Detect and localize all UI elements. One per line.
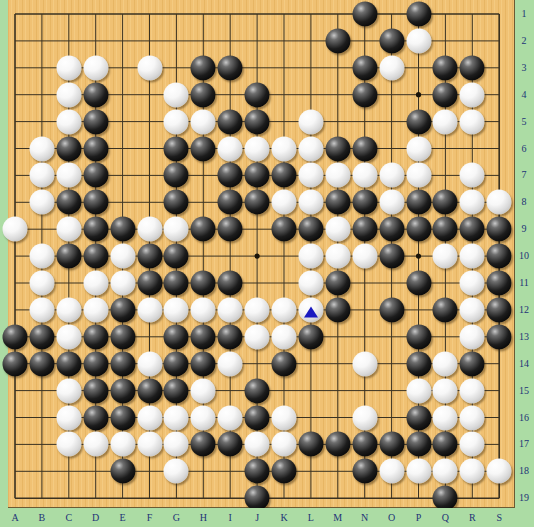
row-label-14: 14 — [519, 359, 529, 369]
stone-black-S9[interactable] — [487, 217, 512, 242]
stone-black-Q17[interactable] — [433, 432, 458, 457]
stone-black-D8[interactable] — [83, 190, 108, 215]
stone-white-P6[interactable] — [406, 136, 431, 161]
stone-white-R12[interactable] — [460, 297, 485, 322]
row-label-19: 19 — [519, 493, 529, 503]
stone-black-K18[interactable] — [272, 459, 297, 484]
stone-white-J6[interactable] — [245, 136, 270, 161]
column-label-M: M — [333, 513, 342, 523]
row-label-16: 16 — [519, 413, 529, 423]
stone-white-H16[interactable] — [191, 405, 216, 430]
stone-white-M9[interactable] — [325, 217, 350, 242]
stone-black-N4[interactable] — [352, 82, 377, 107]
stone-black-R14[interactable] — [460, 351, 485, 376]
stone-black-M8[interactable] — [325, 190, 350, 215]
stone-white-N16[interactable] — [352, 405, 377, 430]
go-board[interactable] — [8, 0, 515, 508]
stone-black-N6[interactable] — [352, 136, 377, 161]
stone-black-B13[interactable] — [29, 324, 54, 349]
column-label-C: C — [65, 513, 72, 523]
stone-black-Q4[interactable] — [433, 82, 458, 107]
stone-black-A14[interactable] — [3, 351, 28, 376]
stone-black-G8[interactable] — [164, 190, 189, 215]
stone-white-F3[interactable] — [137, 55, 162, 80]
stone-black-P14[interactable] — [406, 351, 431, 376]
stone-black-M12[interactable] — [325, 297, 350, 322]
stone-black-D14[interactable] — [83, 351, 108, 376]
stone-black-H6[interactable] — [191, 136, 216, 161]
stone-black-B14[interactable] — [29, 351, 54, 376]
star-point — [416, 92, 421, 97]
stone-black-Q12[interactable] — [433, 297, 458, 322]
star-point — [416, 254, 421, 259]
stone-black-O10[interactable] — [379, 244, 404, 269]
stone-black-R3[interactable] — [460, 55, 485, 80]
stone-white-R7[interactable] — [460, 163, 485, 188]
stone-white-L8[interactable] — [298, 190, 323, 215]
stone-black-J19[interactable] — [245, 486, 270, 511]
row-label-18: 18 — [519, 466, 529, 476]
row-label-7: 7 — [522, 170, 527, 180]
stone-white-G12[interactable] — [164, 297, 189, 322]
stone-black-G13[interactable] — [164, 324, 189, 349]
stone-black-D13[interactable] — [83, 324, 108, 349]
column-label-D: D — [92, 513, 99, 523]
stone-white-P2[interactable] — [406, 28, 431, 53]
board-frame-bottom — [0, 508, 534, 527]
stone-black-C10[interactable] — [56, 244, 81, 269]
column-label-S: S — [496, 513, 502, 523]
row-label-5: 5 — [522, 117, 527, 127]
stone-white-Q15[interactable] — [433, 378, 458, 403]
stone-black-P9[interactable] — [406, 217, 431, 242]
column-label-N: N — [361, 513, 368, 523]
stone-black-Q3[interactable] — [433, 55, 458, 80]
stone-black-C8[interactable] — [56, 190, 81, 215]
stone-white-R4[interactable] — [460, 82, 485, 107]
stone-black-C14[interactable] — [56, 351, 81, 376]
stone-white-N10[interactable] — [352, 244, 377, 269]
stone-white-L5[interactable] — [298, 109, 323, 134]
stone-white-C4[interactable] — [56, 82, 81, 107]
stone-white-B8[interactable] — [29, 190, 54, 215]
stone-white-G17[interactable] — [164, 432, 189, 457]
stone-white-Q14[interactable] — [433, 351, 458, 376]
stone-black-D9[interactable] — [83, 217, 108, 242]
stone-black-J15[interactable] — [245, 378, 270, 403]
stone-white-L7[interactable] — [298, 163, 323, 188]
stone-black-L13[interactable] — [298, 324, 323, 349]
row-label-13: 13 — [519, 332, 529, 342]
stone-black-J7[interactable] — [245, 163, 270, 188]
stone-white-R13[interactable] — [460, 324, 485, 349]
column-label-G: G — [173, 513, 180, 523]
stone-white-F16[interactable] — [137, 405, 162, 430]
stone-black-N3[interactable] — [352, 55, 377, 80]
stone-black-D15[interactable] — [83, 378, 108, 403]
stone-black-D16[interactable] — [83, 405, 108, 430]
stone-black-H9[interactable] — [191, 217, 216, 242]
stone-black-O12[interactable] — [379, 297, 404, 322]
stone-white-Q5[interactable] — [433, 109, 458, 134]
row-label-6: 6 — [522, 144, 527, 154]
stone-black-E16[interactable] — [110, 405, 135, 430]
stone-black-H3[interactable] — [191, 55, 216, 80]
stone-black-M11[interactable] — [325, 271, 350, 296]
stone-black-N18[interactable] — [352, 459, 377, 484]
stone-white-K8[interactable] — [272, 190, 297, 215]
stone-white-O7[interactable] — [379, 163, 404, 188]
stone-black-I13[interactable] — [218, 324, 243, 349]
stone-white-R8[interactable] — [460, 190, 485, 215]
stone-white-C13[interactable] — [56, 324, 81, 349]
row-label-8: 8 — [522, 197, 527, 207]
row-label-1: 1 — [522, 9, 527, 19]
stone-white-M7[interactable] — [325, 163, 350, 188]
stone-white-O3[interactable] — [379, 55, 404, 80]
stone-white-G18[interactable] — [164, 459, 189, 484]
stone-black-E9[interactable] — [110, 217, 135, 242]
column-label-I: I — [229, 513, 232, 523]
stone-black-M17[interactable] — [325, 432, 350, 457]
stone-black-N9[interactable] — [352, 217, 377, 242]
stone-white-Q18[interactable] — [433, 459, 458, 484]
stone-white-L11[interactable] — [298, 271, 323, 296]
stone-white-H15[interactable] — [191, 378, 216, 403]
stone-black-P11[interactable] — [406, 271, 431, 296]
stone-black-G15[interactable] — [164, 378, 189, 403]
stone-white-E17[interactable] — [110, 432, 135, 457]
stone-white-R17[interactable] — [460, 432, 485, 457]
stone-black-I9[interactable] — [218, 217, 243, 242]
stone-white-J17[interactable] — [245, 432, 270, 457]
stone-black-I17[interactable] — [218, 432, 243, 457]
stone-white-F17[interactable] — [137, 432, 162, 457]
row-label-4: 4 — [522, 90, 527, 100]
stone-black-K7[interactable] — [272, 163, 297, 188]
row-label-17: 17 — [519, 439, 529, 449]
star-point — [255, 254, 260, 259]
stone-black-H11[interactable] — [191, 271, 216, 296]
stone-white-P15[interactable] — [406, 378, 431, 403]
stone-black-F10[interactable] — [137, 244, 162, 269]
column-label-L: L — [308, 513, 314, 523]
stone-white-Q10[interactable] — [433, 244, 458, 269]
stone-black-G7[interactable] — [164, 163, 189, 188]
stone-black-G6[interactable] — [164, 136, 189, 161]
column-label-A: A — [11, 513, 18, 523]
stone-white-S8[interactable] — [487, 190, 512, 215]
stone-white-N14[interactable] — [352, 351, 377, 376]
stone-black-D5[interactable] — [83, 109, 108, 134]
stone-white-K16[interactable] — [272, 405, 297, 430]
stone-black-Q19[interactable] — [433, 486, 458, 511]
stone-black-N8[interactable] — [352, 190, 377, 215]
stone-white-I6[interactable] — [218, 136, 243, 161]
stone-black-S10[interactable] — [487, 244, 512, 269]
stone-black-N1[interactable] — [352, 2, 377, 27]
stone-black-A13[interactable] — [3, 324, 28, 349]
stone-white-K17[interactable] — [272, 432, 297, 457]
row-label-3: 3 — [522, 63, 527, 73]
column-label-O: O — [388, 513, 395, 523]
stone-black-L17[interactable] — [298, 432, 323, 457]
stone-white-S18[interactable] — [487, 459, 512, 484]
stone-black-H13[interactable] — [191, 324, 216, 349]
column-label-Q: Q — [442, 513, 449, 523]
stone-white-E10[interactable] — [110, 244, 135, 269]
stone-black-I5[interactable] — [218, 109, 243, 134]
column-label-H: H — [200, 513, 207, 523]
stone-white-F14[interactable] — [137, 351, 162, 376]
stone-white-M10[interactable] — [325, 244, 350, 269]
stone-black-L9[interactable] — [298, 217, 323, 242]
stone-white-L12[interactable] — [298, 297, 323, 322]
stone-black-K9[interactable] — [272, 217, 297, 242]
column-label-P: P — [416, 513, 422, 523]
stone-black-O9[interactable] — [379, 217, 404, 242]
stone-white-R18[interactable] — [460, 459, 485, 484]
stone-white-G9[interactable] — [164, 217, 189, 242]
row-label-2: 2 — [522, 36, 527, 46]
stone-black-H4[interactable] — [191, 82, 216, 107]
stone-white-I12[interactable] — [218, 297, 243, 322]
row-label-12: 12 — [519, 305, 529, 315]
stone-white-P7[interactable] — [406, 163, 431, 188]
stone-black-F15[interactable] — [137, 378, 162, 403]
stone-white-C5[interactable] — [56, 109, 81, 134]
stone-white-F12[interactable] — [137, 297, 162, 322]
stone-black-J8[interactable] — [245, 190, 270, 215]
stone-white-G16[interactable] — [164, 405, 189, 430]
column-label-K: K — [280, 513, 287, 523]
stone-white-H12[interactable] — [191, 297, 216, 322]
column-label-R: R — [469, 513, 476, 523]
stone-black-S12[interactable] — [487, 297, 512, 322]
stone-white-R5[interactable] — [460, 109, 485, 134]
stone-black-E13[interactable] — [110, 324, 135, 349]
stone-black-N17[interactable] — [352, 432, 377, 457]
stone-black-P1[interactable] — [406, 2, 431, 27]
stone-black-D10[interactable] — [83, 244, 108, 269]
stone-black-M6[interactable] — [325, 136, 350, 161]
stone-white-B7[interactable] — [29, 163, 54, 188]
stone-white-H5[interactable] — [191, 109, 216, 134]
row-label-15: 15 — [519, 386, 529, 396]
stone-white-B6[interactable] — [29, 136, 54, 161]
stone-white-G5[interactable] — [164, 109, 189, 134]
go-app-window: ABCDEFGHIJKLMNOPQRS123456789101112131415… — [0, 0, 534, 527]
stone-black-S11[interactable] — [487, 271, 512, 296]
stone-white-N7[interactable] — [352, 163, 377, 188]
stone-white-B12[interactable] — [29, 297, 54, 322]
stone-white-F9[interactable] — [137, 217, 162, 242]
stone-white-J12[interactable] — [245, 297, 270, 322]
stone-white-O18[interactable] — [379, 459, 404, 484]
row-label-11: 11 — [519, 278, 529, 288]
stone-black-H17[interactable] — [191, 432, 216, 457]
row-label-9: 9 — [522, 224, 527, 234]
stone-white-B11[interactable] — [29, 271, 54, 296]
stone-black-R9[interactable] — [460, 217, 485, 242]
stone-black-I8[interactable] — [218, 190, 243, 215]
row-label-10: 10 — [519, 251, 529, 261]
stone-white-D12[interactable] — [83, 297, 108, 322]
stone-black-G11[interactable] — [164, 271, 189, 296]
stone-black-I11[interactable] — [218, 271, 243, 296]
stone-black-G14[interactable] — [164, 351, 189, 376]
stone-white-Q16[interactable] — [433, 405, 458, 430]
stone-black-Q8[interactable] — [433, 190, 458, 215]
stone-black-I7[interactable] — [218, 163, 243, 188]
stone-white-C15[interactable] — [56, 378, 81, 403]
stone-white-R16[interactable] — [460, 405, 485, 430]
column-label-B: B — [39, 513, 46, 523]
stone-white-D11[interactable] — [83, 271, 108, 296]
stone-white-I16[interactable] — [218, 405, 243, 430]
stone-black-O2[interactable] — [379, 28, 404, 53]
stone-black-H14[interactable] — [191, 351, 216, 376]
stone-white-I14[interactable] — [218, 351, 243, 376]
stone-black-D4[interactable] — [83, 82, 108, 107]
stone-white-G4[interactable] — [164, 82, 189, 107]
stone-white-C3[interactable] — [56, 55, 81, 80]
stone-black-Q9[interactable] — [433, 217, 458, 242]
stone-black-D6[interactable] — [83, 136, 108, 161]
stone-white-C9[interactable] — [56, 217, 81, 242]
stone-white-J13[interactable] — [245, 324, 270, 349]
stone-white-A9[interactable] — [3, 217, 28, 242]
stone-black-M2[interactable] — [325, 28, 350, 53]
stone-white-C16[interactable] — [56, 405, 81, 430]
stone-black-J5[interactable] — [245, 109, 270, 134]
stone-black-P17[interactable] — [406, 432, 431, 457]
stone-black-S13[interactable] — [487, 324, 512, 349]
stone-white-D3[interactable] — [83, 55, 108, 80]
stone-black-O17[interactable] — [379, 432, 404, 457]
stone-white-C7[interactable] — [56, 163, 81, 188]
stone-black-P16[interactable] — [406, 405, 431, 430]
stone-white-C12[interactable] — [56, 297, 81, 322]
stone-black-E12[interactable] — [110, 297, 135, 322]
stone-black-G10[interactable] — [164, 244, 189, 269]
stone-black-F11[interactable] — [137, 271, 162, 296]
stone-white-P18[interactable] — [406, 459, 431, 484]
stone-white-C17[interactable] — [56, 432, 81, 457]
stone-white-L6[interactable] — [298, 136, 323, 161]
stone-black-K14[interactable] — [272, 351, 297, 376]
stone-black-E18[interactable] — [110, 459, 135, 484]
column-label-E: E — [120, 513, 126, 523]
stone-black-J16[interactable] — [245, 405, 270, 430]
stone-white-L10[interactable] — [298, 244, 323, 269]
stone-white-B10[interactable] — [29, 244, 54, 269]
stone-black-I3[interactable] — [218, 55, 243, 80]
stone-white-R10[interactable] — [460, 244, 485, 269]
stone-white-R15[interactable] — [460, 378, 485, 403]
stone-white-O8[interactable] — [379, 190, 404, 215]
stone-black-J18[interactable] — [245, 459, 270, 484]
stone-black-J4[interactable] — [245, 82, 270, 107]
board-frame-left — [0, 0, 8, 527]
stone-black-C6[interactable] — [56, 136, 81, 161]
stone-black-D7[interactable] — [83, 163, 108, 188]
stone-white-K6[interactable] — [272, 136, 297, 161]
stone-black-E14[interactable] — [110, 351, 135, 376]
column-label-J: J — [255, 513, 259, 523]
stone-white-K13[interactable] — [272, 324, 297, 349]
stone-black-E15[interactable] — [110, 378, 135, 403]
stone-white-K12[interactable] — [272, 297, 297, 322]
stone-black-P5[interactable] — [406, 109, 431, 134]
column-label-F: F — [147, 513, 153, 523]
stone-white-D17[interactable] — [83, 432, 108, 457]
stone-black-P13[interactable] — [406, 324, 431, 349]
stone-black-P8[interactable] — [406, 190, 431, 215]
stone-white-E11[interactable] — [110, 271, 135, 296]
stone-white-R11[interactable] — [460, 271, 485, 296]
